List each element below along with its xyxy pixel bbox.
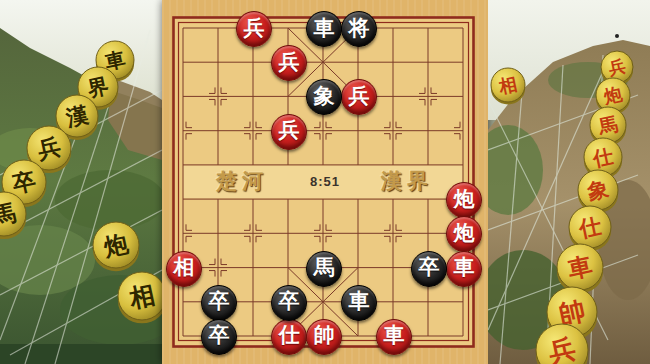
background-photo-right: 相兵炮馬仕象仕車帥兵 [488,0,650,364]
piece-red-advisor[interactable]: 仕 [271,319,307,355]
bg-piece: 仕 [590,144,615,170]
piece-black-soldier[interactable]: 卒 [201,285,237,321]
background-photo-left: 車界漢兵卒馬炮相 [0,0,162,364]
piece-red-soldier[interactable]: 兵 [236,11,272,47]
piece-black-soldier[interactable]: 卒 [271,285,307,321]
piece-black-horse[interactable]: 馬 [306,251,342,287]
bg-piece: 兵 [34,134,63,163]
piece-black-general[interactable]: 将 [341,11,377,47]
piece-red-cannon[interactable]: 炮 [446,182,482,218]
mountain-scene-right: 相兵炮馬仕象仕車帥兵 [488,0,650,364]
piece-red-chariot[interactable]: 車 [376,319,412,355]
xiangqi-board: 楚河 8:51 漢界 兵兵兵兵炮炮車相仕帥車車将象馬卒卒卒車卒 [162,0,488,364]
piece-red-chariot[interactable]: 車 [446,251,482,287]
piece-red-general[interactable]: 帥 [306,319,342,355]
piece-red-soldier[interactable]: 兵 [271,45,307,81]
mountain-scene-left: 車界漢兵卒馬炮相 [0,0,162,364]
bg-piece: 相 [126,281,157,313]
piece-red-elephant[interactable]: 相 [166,251,202,287]
river-label-chuhe: 楚河 [182,168,302,194]
piece-black-soldier[interactable]: 卒 [201,319,237,355]
piece-red-soldier[interactable]: 兵 [271,114,307,150]
tiny-figure-on-ridge [615,34,619,38]
game-timer: 8:51 [295,174,355,189]
piece-black-chariot[interactable]: 車 [306,11,342,47]
piece-black-soldier[interactable]: 卒 [411,251,447,287]
piece-black-chariot[interactable]: 車 [341,285,377,321]
game-screen: 車界漢兵卒馬炮相 [0,0,650,364]
